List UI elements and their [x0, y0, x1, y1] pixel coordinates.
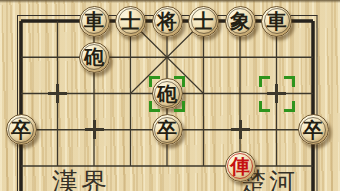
- piece-character: 象: [230, 11, 250, 31]
- highlight-bracket-corner: [259, 76, 270, 87]
- highlight-bracket-corner: [174, 101, 185, 112]
- highlight-bracket-moved-piece: [149, 76, 185, 112]
- highlight-bracket-corner: [284, 76, 295, 87]
- black-piece-象[interactable]: 象: [225, 6, 256, 37]
- highlight-bracket-move-origin: [259, 76, 295, 112]
- black-piece-卒[interactable]: 卒: [6, 114, 37, 145]
- point-marker-corner: [57, 93, 67, 103]
- highlight-bracket-corner: [259, 101, 270, 112]
- black-piece-士[interactable]: 士: [115, 6, 146, 37]
- piece-character: 卒: [157, 119, 177, 139]
- highlight-bracket-corner: [149, 101, 160, 112]
- black-piece-車[interactable]: 車: [79, 6, 110, 37]
- point-marker: [48, 84, 67, 103]
- black-piece-卒[interactable]: 卒: [152, 114, 183, 145]
- river-label-hanjie: 漢界: [52, 170, 110, 191]
- piece-character: 車: [267, 11, 287, 31]
- point-marker: [231, 120, 250, 139]
- red-piece-俥[interactable]: 俥: [225, 151, 256, 182]
- black-piece-将[interactable]: 将: [152, 6, 183, 37]
- piece-character: 俥: [230, 156, 250, 176]
- highlight-bracket-corner: [284, 101, 295, 112]
- piece-character: 砲: [84, 47, 104, 67]
- piece-character: 士: [194, 11, 214, 31]
- piece-character: 卒: [303, 119, 323, 139]
- piece-character: 将: [157, 11, 177, 31]
- highlight-bracket-corner: [149, 76, 160, 87]
- point-marker-corner: [94, 129, 104, 139]
- black-piece-卒[interactable]: 卒: [298, 114, 329, 145]
- point-marker-corner: [240, 129, 250, 139]
- black-piece-車[interactable]: 車: [261, 6, 292, 37]
- xiangqi-board[interactable]: 漢界 楚河 車士将士象車砲砲卒卒卒俥: [0, 0, 340, 191]
- black-piece-砲[interactable]: 砲: [79, 42, 110, 73]
- piece-character: 車: [84, 11, 104, 31]
- window-top-edge: [0, 0, 340, 3]
- piece-character: 士: [121, 11, 141, 31]
- black-piece-士[interactable]: 士: [188, 6, 219, 37]
- point-marker: [85, 120, 104, 139]
- highlight-bracket-corner: [174, 76, 185, 87]
- piece-character: 卒: [11, 119, 31, 139]
